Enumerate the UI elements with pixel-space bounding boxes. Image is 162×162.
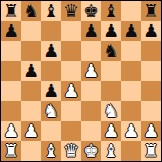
- black-knight-b8[interactable]: ♞: [23, 1, 39, 21]
- square-a5[interactable]: [1, 61, 21, 81]
- square-c2[interactable]: [41, 121, 61, 141]
- square-e7[interactable]: ♟: [81, 21, 101, 41]
- white-pawn-b2[interactable]: ♟: [23, 121, 39, 141]
- black-pawn-g7[interactable]: ♟: [123, 21, 139, 41]
- square-d7[interactable]: [61, 21, 81, 41]
- square-c5[interactable]: [41, 61, 61, 81]
- square-e1[interactable]: ♚: [81, 141, 101, 161]
- square-a6[interactable]: [1, 41, 21, 61]
- square-c7[interactable]: [41, 21, 61, 41]
- white-pawn-d4[interactable]: ♟: [63, 81, 79, 101]
- square-h2[interactable]: ♟: [141, 121, 161, 141]
- square-g7[interactable]: ♟: [121, 21, 141, 41]
- square-g5[interactable]: [121, 61, 141, 81]
- square-f1[interactable]: ♝: [101, 141, 121, 161]
- square-c8[interactable]: ♝: [41, 1, 61, 21]
- white-pawn-f2[interactable]: ♟: [103, 121, 119, 141]
- square-a2[interactable]: ♟: [1, 121, 21, 141]
- square-h3[interactable]: [141, 101, 161, 121]
- white-pawn-a2[interactable]: ♟: [3, 121, 19, 141]
- chess-board: ♜♞♝♛♚♝♜♟♟♟♟♟♟♞♟♟♟♟♞♞♟♟♟♟♟♜♝♛♚♝♜: [0, 0, 162, 162]
- square-g2[interactable]: ♟: [121, 121, 141, 141]
- square-d1[interactable]: ♛: [61, 141, 81, 161]
- square-h4[interactable]: [141, 81, 161, 101]
- square-f2[interactable]: ♟: [101, 121, 121, 141]
- square-h6[interactable]: [141, 41, 161, 61]
- square-a1[interactable]: ♜: [1, 141, 21, 161]
- square-f4[interactable]: [101, 81, 121, 101]
- black-rook-a8[interactable]: ♜: [3, 1, 19, 21]
- square-a4[interactable]: [1, 81, 21, 101]
- square-g4[interactable]: [121, 81, 141, 101]
- black-pawn-b5[interactable]: ♟: [23, 61, 39, 81]
- black-pawn-a7[interactable]: ♟: [3, 21, 19, 41]
- square-b1[interactable]: [21, 141, 41, 161]
- square-f7[interactable]: ♟: [101, 21, 121, 41]
- square-a8[interactable]: ♜: [1, 1, 21, 21]
- square-h5[interactable]: [141, 61, 161, 81]
- black-bishop-f8[interactable]: ♝: [103, 1, 119, 21]
- white-knight-c3[interactable]: ♞: [43, 101, 59, 121]
- white-knight-f3[interactable]: ♞: [103, 101, 119, 121]
- black-knight-f6[interactable]: ♞: [103, 41, 119, 61]
- black-bishop-c8[interactable]: ♝: [43, 1, 59, 21]
- square-b7[interactable]: [21, 21, 41, 41]
- black-king-e8[interactable]: ♚: [83, 1, 99, 21]
- square-e3[interactable]: [81, 101, 101, 121]
- white-king-e1[interactable]: ♚: [83, 141, 99, 161]
- square-d6[interactable]: [61, 41, 81, 61]
- square-e2[interactable]: [81, 121, 101, 141]
- square-f5[interactable]: [101, 61, 121, 81]
- black-pawn-f7[interactable]: ♟: [103, 21, 119, 41]
- square-e5[interactable]: ♟: [81, 61, 101, 81]
- black-queen-d8[interactable]: ♛: [63, 1, 79, 21]
- square-b4[interactable]: [21, 81, 41, 101]
- square-b6[interactable]: [21, 41, 41, 61]
- square-e6[interactable]: [81, 41, 101, 61]
- square-c4[interactable]: ♟: [41, 81, 61, 101]
- square-e8[interactable]: ♚: [81, 1, 101, 21]
- square-g1[interactable]: [121, 141, 141, 161]
- white-pawn-e5[interactable]: ♟: [83, 61, 99, 81]
- white-pawn-h2[interactable]: ♟: [143, 121, 159, 141]
- square-h8[interactable]: ♜: [141, 1, 161, 21]
- square-d2[interactable]: [61, 121, 81, 141]
- black-pawn-c4[interactable]: ♟: [43, 81, 59, 101]
- square-b8[interactable]: ♞: [21, 1, 41, 21]
- square-h7[interactable]: ♟: [141, 21, 161, 41]
- square-f6[interactable]: ♞: [101, 41, 121, 61]
- white-bishop-f1[interactable]: ♝: [103, 141, 119, 161]
- white-rook-a1[interactable]: ♜: [3, 141, 19, 161]
- square-h1[interactable]: ♜: [141, 141, 161, 161]
- square-f8[interactable]: ♝: [101, 1, 121, 21]
- square-c1[interactable]: ♝: [41, 141, 61, 161]
- black-pawn-h7[interactable]: ♟: [143, 21, 159, 41]
- square-c3[interactable]: ♞: [41, 101, 61, 121]
- black-pawn-e7[interactable]: ♟: [83, 21, 99, 41]
- black-rook-h8[interactable]: ♜: [143, 1, 159, 21]
- square-g6[interactable]: [121, 41, 141, 61]
- square-b3[interactable]: [21, 101, 41, 121]
- white-bishop-c1[interactable]: ♝: [43, 141, 59, 161]
- square-g8[interactable]: [121, 1, 141, 21]
- square-f3[interactable]: ♞: [101, 101, 121, 121]
- square-d5[interactable]: [61, 61, 81, 81]
- square-b2[interactable]: ♟: [21, 121, 41, 141]
- square-a7[interactable]: ♟: [1, 21, 21, 41]
- white-queen-d1[interactable]: ♛: [63, 141, 79, 161]
- white-rook-h1[interactable]: ♜: [143, 141, 159, 161]
- square-c6[interactable]: ♟: [41, 41, 61, 61]
- square-b5[interactable]: ♟: [21, 61, 41, 81]
- square-d3[interactable]: [61, 101, 81, 121]
- square-g3[interactable]: [121, 101, 141, 121]
- square-a3[interactable]: [1, 101, 21, 121]
- white-pawn-g2[interactable]: ♟: [123, 121, 139, 141]
- black-pawn-c6[interactable]: ♟: [43, 41, 59, 61]
- square-d8[interactable]: ♛: [61, 1, 81, 21]
- square-e4[interactable]: [81, 81, 101, 101]
- square-d4[interactable]: ♟: [61, 81, 81, 101]
